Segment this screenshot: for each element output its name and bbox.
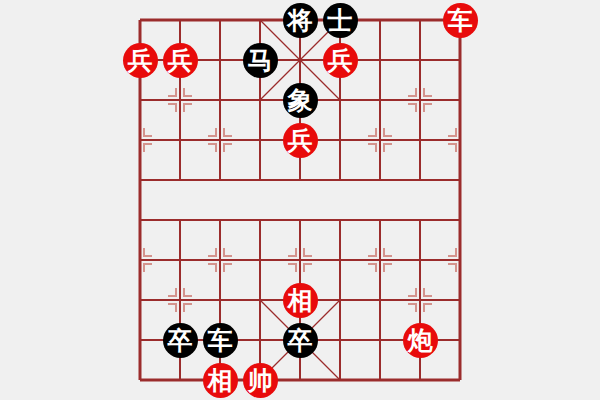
piece-black-chariot[interactable]: 车: [203, 323, 238, 358]
piece-red-elephant[interactable]: 相: [283, 283, 318, 318]
piece-red-chariot[interactable]: 车: [443, 3, 478, 38]
board-grid[interactable]: 将士车兵兵马兵象兵相卒车卒炮相帅: [120, 0, 480, 400]
piece-red-king[interactable]: 帅: [243, 363, 278, 398]
piece-black-general[interactable]: 将: [283, 3, 318, 38]
piece-red-elephant[interactable]: 相: [203, 363, 238, 398]
xiangqi-board: 将士车兵兵马兵象兵相卒车卒炮相帅: [0, 0, 600, 400]
piece-black-soldier[interactable]: 卒: [163, 323, 198, 358]
piece-black-advisor[interactable]: 士: [323, 3, 358, 38]
piece-black-soldier[interactable]: 卒: [283, 323, 318, 358]
piece-red-soldier[interactable]: 兵: [123, 43, 158, 78]
piece-red-soldier[interactable]: 兵: [163, 43, 198, 78]
piece-black-horse[interactable]: 马: [243, 43, 278, 78]
piece-red-cannon[interactable]: 炮: [403, 323, 438, 358]
piece-red-soldier[interactable]: 兵: [283, 123, 318, 158]
piece-black-elephant[interactable]: 象: [283, 83, 318, 118]
piece-red-soldier[interactable]: 兵: [323, 43, 358, 78]
